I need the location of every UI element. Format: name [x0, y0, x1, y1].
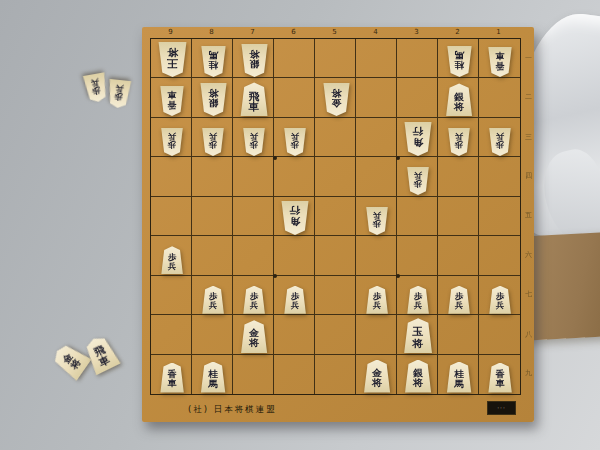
board-cell-4-6 — [356, 236, 397, 275]
board-cell-5-1 — [315, 39, 356, 78]
board-cell-1-6 — [479, 236, 520, 275]
star-point — [273, 274, 277, 278]
shogi-piece-歩兵-gote[interactable]: 歩兵 — [160, 128, 184, 156]
board-cell-8-8 — [192, 315, 233, 354]
board-cell-7-6 — [233, 236, 274, 275]
piece-kanji: 行 — [413, 127, 424, 137]
board-cell-1-2 — [479, 78, 520, 117]
piece-kanji: 歩 — [168, 253, 177, 261]
board-cell-3-6 — [397, 236, 438, 275]
file-label: 8 — [191, 27, 232, 38]
board-cell-7-9 — [233, 355, 274, 394]
shogi-piece-歩兵-gote[interactable]: 歩兵 — [406, 167, 430, 195]
maker-stamp: ··· — [487, 401, 516, 415]
file-label: 7 — [232, 27, 273, 38]
shogi-piece-歩兵-sente[interactable]: 歩兵 — [160, 246, 184, 274]
board-cell-9-5 — [151, 197, 192, 236]
board-cell-5-8 — [315, 315, 356, 354]
file-label: 3 — [396, 27, 437, 38]
rank-label: 五 — [523, 196, 534, 235]
board-cell-4-3 — [356, 118, 397, 157]
piece-kanji: 王 — [167, 58, 178, 69]
shogi-piece-歩兵-gote[interactable]: 歩兵 — [365, 207, 389, 235]
shogi-piece-金将-sente[interactable]: 金将 — [240, 320, 269, 353]
shogi-piece-歩兵-sente[interactable]: 歩兵 — [488, 286, 512, 314]
hand-piece-gote-歩兵: 歩兵 — [106, 79, 133, 109]
piece-kanji: 銀 — [208, 99, 218, 109]
shogi-piece-歩兵-gote[interactable]: 歩兵 — [242, 128, 266, 156]
shogi-piece-角行-gote[interactable]: 角行 — [280, 201, 310, 235]
board-cell-3-5 — [397, 197, 438, 236]
piece-kanji: 行 — [290, 206, 301, 216]
star-point — [273, 156, 277, 160]
piece-kanji: 兵 — [168, 262, 177, 270]
board-cell-9-7 — [151, 276, 192, 315]
piece-kanji: 兵 — [414, 171, 423, 179]
board-cell-7-4 — [233, 157, 274, 196]
piece-kanji: 兵 — [373, 211, 382, 219]
piece-kanji: 兵 — [250, 132, 259, 140]
board-cell-9-8 — [151, 315, 192, 354]
board-cell-1-8 — [479, 315, 520, 354]
piece-kanji: 歩 — [496, 141, 505, 149]
piece-kanji: 歩 — [291, 141, 300, 149]
piece-kanji: 将 — [208, 88, 218, 98]
piece-kanji: 歩 — [250, 141, 259, 149]
piece-kanji: 車 — [168, 379, 177, 388]
piece-kanji: 銀 — [413, 368, 423, 378]
piece-kanji: 桂 — [454, 369, 464, 378]
piece-kanji: 角 — [290, 216, 301, 226]
board-cell-4-4 — [356, 157, 397, 196]
piece-kanji: 角 — [413, 137, 424, 147]
piece-kanji: 兵 — [455, 301, 464, 309]
piece-kanji: 将 — [249, 339, 259, 349]
shogi-piece-歩兵-sente[interactable]: 歩兵 — [242, 286, 266, 314]
publisher-label: (社) 日本将棋連盟 — [188, 404, 277, 416]
shogi-piece-金将-gote[interactable]: 金将 — [322, 83, 351, 116]
shogi-piece-歩兵-gote[interactable]: 歩兵 — [447, 128, 471, 156]
board-cell-5-4 — [315, 157, 356, 196]
board-cell-5-7 — [315, 276, 356, 315]
piece-kanji: 兵 — [250, 301, 259, 309]
piece-kanji: 兵 — [209, 301, 218, 309]
board-cell-8-6 — [192, 236, 233, 275]
piece-kanji: 銀 — [249, 59, 259, 69]
shogi-piece-銀将-sente[interactable]: 銀将 — [445, 83, 474, 116]
rank-label: 六 — [523, 235, 534, 274]
board-cell-2-8 — [438, 315, 479, 354]
shogi-piece-銀将-gote[interactable]: 銀将 — [199, 83, 228, 116]
shogi-piece-香車-sente[interactable]: 香車 — [487, 363, 513, 393]
board-cell-1-5 — [479, 197, 520, 236]
shogi-piece-飛車-sente[interactable]: 飛車 — [80, 332, 122, 376]
shogi-piece-王将-gote[interactable]: 王将 — [157, 42, 188, 77]
shogi-piece-香車-gote[interactable]: 香車 — [159, 86, 185, 116]
file-label: 5 — [314, 27, 355, 38]
board-cell-6-4 — [274, 157, 315, 196]
piece-kanji: 歩 — [373, 220, 382, 228]
shogi-piece-歩兵-sente[interactable]: 歩兵 — [406, 286, 430, 314]
shogi-piece-桂馬-sente[interactable]: 桂馬 — [446, 362, 473, 393]
rank-label: 二 — [523, 77, 534, 116]
board-cell-5-5 — [315, 197, 356, 236]
piece-kanji: 将 — [167, 47, 178, 58]
piece-kanji: 兵 — [168, 132, 177, 140]
shogi-piece-歩兵-sente[interactable]: 歩兵 — [447, 286, 471, 314]
shogi-piece-金将-sente[interactable]: 金将 — [363, 360, 392, 393]
piece-kanji: 将 — [249, 49, 259, 59]
piece-kanji: 馬 — [208, 379, 218, 388]
board-cell-6-9 — [274, 355, 315, 394]
piece-kanji: 馬 — [454, 50, 464, 59]
piece-kanji: 車 — [249, 102, 260, 112]
board-cell-1-4 — [479, 157, 520, 196]
rank-label: 八 — [523, 314, 534, 353]
shogi-piece-香車-gote[interactable]: 香車 — [487, 47, 513, 77]
piece-kanji: 兵 — [496, 132, 505, 140]
piece-kanji: 歩 — [168, 141, 177, 149]
file-label: 6 — [273, 27, 314, 38]
shogi-piece-歩兵-sente[interactable]: 歩兵 — [283, 286, 307, 314]
board-cell-6-2 — [274, 78, 315, 117]
star-point — [396, 156, 400, 160]
board-cell-5-9 — [315, 355, 356, 394]
piece-kanji: 兵 — [90, 78, 100, 88]
board-cell-5-6 — [315, 236, 356, 275]
board-cell-6-1 — [274, 39, 315, 78]
rank-label: 七 — [523, 275, 534, 314]
piece-kanji: 香 — [168, 100, 177, 109]
board-cell-8-5 — [192, 197, 233, 236]
board-cell-3-2 — [397, 78, 438, 117]
board-cell-6-8 — [274, 315, 315, 354]
board-cell-2-6 — [438, 236, 479, 275]
shogi-piece-銀将-gote[interactable]: 銀将 — [240, 44, 269, 77]
cardboard-box — [523, 232, 600, 341]
piece-kanji: 兵 — [455, 132, 464, 140]
piece-kanji: 兵 — [115, 84, 124, 93]
piece-kanji: 車 — [496, 52, 505, 61]
board-cell-2-5 — [438, 197, 479, 236]
piece-kanji: 兵 — [373, 301, 382, 309]
shogi-piece-歩兵-sente[interactable]: 歩兵 — [365, 286, 389, 314]
piece-kanji: 桂 — [454, 60, 464, 69]
rank-labels: 一二三四五六七八九 — [523, 38, 534, 393]
piece-kanji: 桂 — [208, 60, 218, 69]
shogi-piece-歩兵-gote[interactable]: 歩兵 — [488, 128, 512, 156]
shogi-piece-歩兵-gote[interactable]: 歩兵 — [283, 128, 307, 156]
piece-kanji: 桂 — [208, 369, 218, 378]
piece-kanji: 歩 — [455, 141, 464, 149]
rank-label: 三 — [523, 117, 534, 156]
piece-kanji: 金 — [372, 368, 382, 378]
piece-kanji: 兵 — [414, 301, 423, 309]
piece-kanji: 将 — [331, 88, 341, 98]
piece-kanji: 馬 — [208, 50, 218, 59]
rank-label: 一 — [523, 38, 534, 77]
shogi-piece-桂馬-sente[interactable]: 桂馬 — [200, 362, 227, 393]
board-cell-7-5 — [233, 197, 274, 236]
shogi-piece-歩兵-gote[interactable]: 歩兵 — [201, 128, 225, 156]
shogi-board: 987654321 一二三四五六七八九 (社) 日本将棋連盟 ··· 王将桂馬銀… — [142, 27, 534, 422]
piece-kanji: 車 — [97, 354, 111, 368]
board-cell-9-4 — [151, 157, 192, 196]
piece-kanji: 兵 — [209, 132, 218, 140]
shogi-piece-桂馬-gote[interactable]: 桂馬 — [446, 46, 473, 77]
board-cell-2-4 — [438, 157, 479, 196]
piece-kanji: 兵 — [496, 301, 505, 309]
board-cell-8-4 — [192, 157, 233, 196]
shogi-piece-角行-gote[interactable]: 角行 — [403, 122, 433, 156]
piece-kanji: 兵 — [291, 301, 300, 309]
board-cell-3-1 — [397, 39, 438, 78]
piece-kanji: 歩 — [414, 180, 423, 188]
board-cell-4-8 — [356, 315, 397, 354]
piece-kanji: 歩 — [209, 141, 218, 149]
shogi-piece-玉将-sente[interactable]: 玉将 — [403, 318, 434, 353]
file-labels: 987654321 — [150, 27, 519, 38]
board-cell-4-2 — [356, 78, 397, 117]
file-label: 4 — [355, 27, 396, 38]
piece-kanji: 車 — [496, 379, 505, 388]
piece-kanji: 銀 — [454, 92, 464, 102]
board-cell-5-3 — [315, 118, 356, 157]
piece-kanji: 将 — [372, 378, 382, 388]
piece-kanji: 将 — [454, 102, 464, 112]
shogi-piece-歩兵-sente[interactable]: 歩兵 — [201, 286, 225, 314]
board-cell-4-1 — [356, 39, 397, 78]
piece-kanji: 兵 — [291, 132, 300, 140]
piece-kanji: 玉 — [413, 327, 424, 338]
shogi-piece-香車-sente[interactable]: 香車 — [159, 363, 185, 393]
rank-label: 四 — [523, 156, 534, 195]
file-label: 1 — [478, 27, 519, 38]
piece-kanji: 香 — [496, 61, 505, 70]
shogi-piece-歩兵-sente[interactable]: 歩兵 — [106, 79, 133, 109]
file-label: 2 — [437, 27, 478, 38]
piece-kanji: 将 — [413, 338, 424, 349]
board-cell-6-6 — [274, 236, 315, 275]
shogi-piece-飛車-sente[interactable]: 飛車 — [239, 82, 269, 116]
rank-label: 九 — [523, 354, 534, 393]
hand-piece-sente-飛車: 飛車 — [80, 332, 122, 376]
photo-of-shogi-board: 987654321 一二三四五六七八九 (社) 日本将棋連盟 ··· 王将桂馬銀… — [0, 0, 600, 450]
shogi-piece-銀将-sente[interactable]: 銀将 — [404, 360, 433, 393]
file-label: 9 — [150, 27, 191, 38]
piece-kanji: 将 — [69, 358, 83, 372]
shogi-piece-桂馬-gote[interactable]: 桂馬 — [200, 46, 227, 77]
piece-kanji: 金 — [331, 99, 341, 109]
piece-kanji: 車 — [168, 91, 177, 100]
piece-kanji: 馬 — [454, 379, 464, 388]
piece-kanji: 将 — [413, 378, 423, 388]
star-point — [396, 274, 400, 278]
